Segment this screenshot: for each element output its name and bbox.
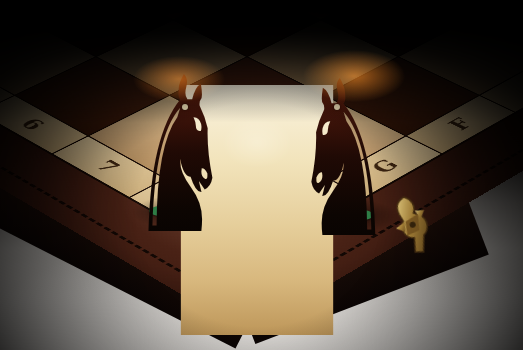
rank-label-6: 6 (15, 115, 51, 133)
knight-glyph: ♞ (293, 53, 393, 268)
knight-g8-eye (334, 104, 340, 110)
knight-glyph: ♞ (130, 49, 230, 264)
black-knight-g8: ♞ (233, 53, 453, 268)
chessboard-photo-scene: FG678 ♟♞♞ (0, 0, 523, 350)
knight-h7-eye (182, 104, 188, 110)
